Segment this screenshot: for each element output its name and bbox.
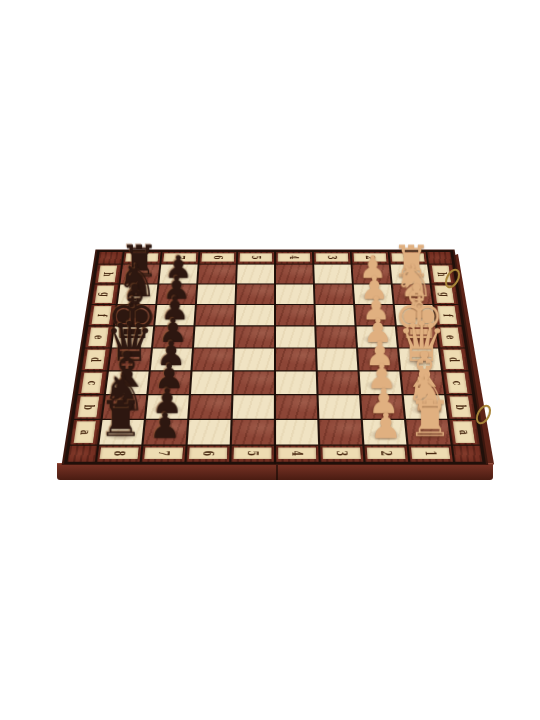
file-label-text: h [102,272,114,276]
clasp-loop-icon [473,402,494,427]
square-g4[interactable] [276,284,314,304]
square-a2[interactable]: ♟ [363,420,407,444]
black-rook[interactable]: ♜ [98,394,142,444]
rank-label-4-near: 4 [276,446,319,462]
rank-label-text: 7 [157,451,170,456]
rank-label-6-near: 6 [187,446,230,462]
rank-label-plaque: 6 [202,253,235,261]
square-c5[interactable] [234,371,274,394]
rank-label-text: 6 [202,451,215,456]
file-label-plaque: b [78,396,100,417]
rank-label-plaque: 7 [144,448,183,460]
square-g3[interactable] [315,284,353,304]
square-c4[interactable] [276,371,316,394]
rank-label-text: 4 [291,451,304,456]
file-label-a-right: a [450,420,480,444]
rank-label-plaque: 5 [234,448,272,460]
rank-label-6-far: 6 [200,252,237,264]
frame-corner [453,446,482,462]
rank-label-text: 6 [212,255,223,259]
rank-label-text: 1 [424,451,438,456]
square-f5[interactable] [236,305,274,325]
rank-label-text: 8 [112,451,126,456]
square-f3[interactable] [316,305,355,325]
rank-label-plaque: 3 [316,253,349,261]
fold-seam-front [276,463,278,480]
file-label-plaque: b [450,396,472,417]
square-b4[interactable] [276,395,317,418]
square-a8[interactable]: ♜ [99,420,143,444]
rank-label-text: 8 [136,255,148,259]
chess-board: 87654321h♜♟♟♜hg♞♟♟♞gf♝♟♟♝fe♚♟♟♚ed♛♟♟♛dc♝… [62,249,489,465]
square-b6[interactable] [189,395,231,418]
file-label-a-left: a [70,420,100,444]
brass-clasp [446,268,459,289]
rank-label-3-far: 3 [314,252,351,264]
square-b3[interactable] [319,395,361,418]
rank-label-plaque: 1 [411,448,450,460]
rank-label-3-near: 3 [320,446,363,462]
file-label-text: b [82,404,95,409]
square-c3[interactable] [318,371,359,394]
square-a7[interactable]: ♟ [144,420,188,444]
square-a1[interactable]: ♜ [406,420,450,444]
rank-label-text: 2 [379,451,392,456]
square-e4[interactable] [276,326,315,347]
brass-clasp [477,404,490,425]
square-h3[interactable] [314,265,352,284]
file-label-text: d [89,357,102,362]
rank-label-plaque: 5 [240,253,273,261]
square-a6[interactable] [188,420,231,444]
rank-label-text: 5 [250,255,261,259]
rank-label-1-near: 1 [409,446,453,462]
file-label-text: b [454,404,467,409]
file-label-text: c [450,381,463,385]
square-d3[interactable] [317,349,357,371]
file-label-text: e [92,335,104,339]
square-g5[interactable] [236,284,274,304]
rank-label-plaque: 2 [367,448,406,460]
rank-label-4-far: 4 [276,252,312,264]
rank-label-plaque: 3 [322,448,361,460]
black-pawn[interactable]: ♟ [149,408,181,444]
white-rook[interactable]: ♜ [407,394,451,444]
square-a5[interactable] [232,420,274,444]
square-d5[interactable] [234,349,274,371]
file-label-plaque: a [453,421,475,443]
rank-label-2-near: 2 [364,446,408,462]
rank-label-text: 2 [364,255,375,259]
rank-label-plaque: 6 [189,448,228,460]
board-front-rim [57,463,493,480]
file-label-text: c [86,381,99,385]
square-a3[interactable] [319,420,362,444]
file-label-text: a [457,430,471,435]
rank-label-8-near: 8 [97,446,141,462]
rank-label-text: 3 [335,451,348,456]
square-a4[interactable] [276,420,318,444]
square-h6[interactable] [198,265,236,284]
square-e3[interactable] [316,326,356,347]
rank-label-plaque: 8 [100,448,139,460]
file-label-text: g [99,292,111,296]
board-scene: 87654321h♜♟♟♜hg♞♟♟♞gf♝♟♟♝fe♚♟♟♚ed♛♟♟♛dc♝… [0,0,540,720]
rank-label-plaque: 4 [278,253,311,261]
rank-label-5-near: 5 [231,446,274,462]
rank-label-5-far: 5 [238,252,274,264]
square-h5[interactable] [237,265,274,284]
square-h4[interactable] [276,265,313,284]
file-label-text: g [438,292,450,296]
rank-label-plaque: 4 [278,448,316,460]
rank-label-text: 7 [174,255,185,259]
square-e5[interactable] [235,326,274,347]
file-label-plaque: a [74,421,96,443]
rank-label-text: 3 [326,255,337,259]
rank-label-text: 5 [246,451,259,456]
white-pawn[interactable]: ♟ [369,408,401,444]
file-label-text: d [447,357,460,362]
square-f4[interactable] [276,305,314,325]
square-f6[interactable] [195,305,234,325]
rank-label-7-near: 7 [142,446,186,462]
product-photo: 87654321h♜♟♟♜hg♞♟♟♞gf♝♟♟♝fe♚♟♟♚ed♛♟♟♛dc♝… [0,0,540,720]
frame-corner [68,446,97,462]
rank-label-text: 4 [288,255,299,259]
square-c6[interactable] [191,371,232,394]
file-label-text: a [78,430,92,435]
rank-label-text: 1 [402,255,414,259]
square-e6[interactable] [194,326,234,347]
square-d6[interactable] [193,349,233,371]
square-d4[interactable] [276,349,316,371]
square-b5[interactable] [233,395,274,418]
square-g6[interactable] [197,284,235,304]
